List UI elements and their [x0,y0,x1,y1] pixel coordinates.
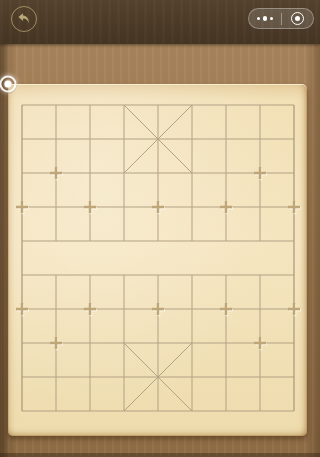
miniprogram-capsule [248,8,314,29]
dot-icon [257,17,260,20]
target-circle-icon [291,12,304,25]
stage [0,44,320,457]
dot-icon [270,17,273,20]
hint-arrow [8,84,308,234]
more-button[interactable] [249,9,281,28]
exit-button[interactable] [282,9,314,28]
dot-icon [263,16,268,21]
header [0,0,320,44]
xiangqi-board[interactable] [8,84,307,436]
debug-tab[interactable] [305,267,320,313]
last-move-origin-marker [0,76,17,93]
app-screen [0,0,320,457]
